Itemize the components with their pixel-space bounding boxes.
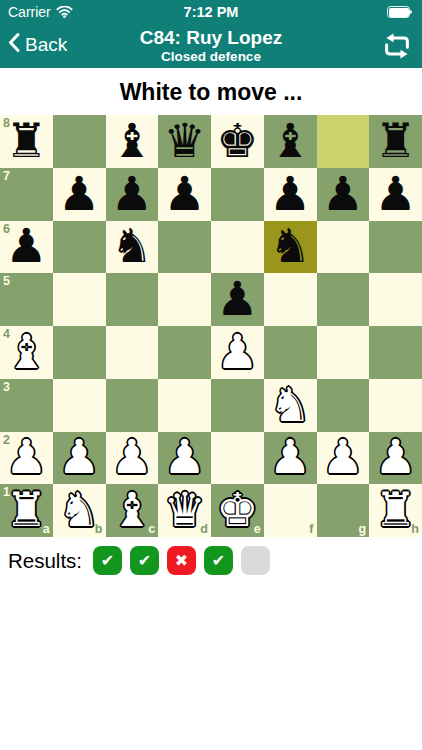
white-pawn-e4: ♟ — [216, 328, 258, 375]
results-label: Results: — [8, 549, 82, 573]
page-title: C84: Ruy Lopez — [60, 26, 362, 49]
results-row: Results: ✔✔✖✔ — [8, 546, 270, 575]
square-f6[interactable]: ♞ — [264, 221, 317, 274]
black-bishop-c8: ♝ — [111, 117, 153, 164]
square-e8[interactable]: ♚ — [211, 115, 264, 168]
rank-label-7: 7 — [3, 169, 10, 183]
result-badge-2-pass: ✔ — [130, 546, 159, 575]
square-g5[interactable] — [317, 273, 370, 326]
black-pawn-e5: ♟ — [216, 275, 258, 322]
status-bar: Carrier 7:12 PM — [0, 0, 422, 24]
header: Carrier 7:12 PM Back — [0, 0, 422, 68]
square-f5[interactable] — [264, 273, 317, 326]
repeat-icon — [382, 46, 412, 63]
move-prompt: White to move ... — [0, 79, 422, 106]
square-a8[interactable]: 8♜ — [0, 115, 53, 168]
square-d7[interactable]: ♟ — [158, 168, 211, 221]
square-h1[interactable]: h♜ — [369, 484, 422, 537]
square-c8[interactable]: ♝ — [106, 115, 159, 168]
white-pawn-a2: ♟ — [5, 433, 47, 480]
white-pawn-f2: ♟ — [269, 433, 311, 480]
square-f4[interactable] — [264, 326, 317, 379]
white-king-e1: ♚ — [216, 486, 258, 533]
square-d4[interactable] — [158, 326, 211, 379]
result-badge-1-pass: ✔ — [93, 546, 122, 575]
black-pawn-c7: ♟ — [111, 170, 153, 217]
square-b4[interactable] — [53, 326, 106, 379]
square-d8[interactable]: ♛ — [158, 115, 211, 168]
rank-label-3: 3 — [3, 380, 10, 394]
white-pawn-d2: ♟ — [164, 433, 206, 480]
white-rook-h1: ♜ — [375, 486, 417, 533]
square-c6[interactable]: ♞ — [106, 221, 159, 274]
square-h6[interactable] — [369, 221, 422, 274]
square-e2[interactable] — [211, 432, 264, 485]
square-c4[interactable] — [106, 326, 159, 379]
square-g8[interactable] — [317, 115, 370, 168]
square-b5[interactable] — [53, 273, 106, 326]
square-e6[interactable] — [211, 221, 264, 274]
square-b1[interactable]: b♞ — [53, 484, 106, 537]
file-label-f: f — [309, 522, 313, 536]
black-pawn-h7: ♟ — [375, 170, 417, 217]
square-f8[interactable]: ♝ — [264, 115, 317, 168]
back-button[interactable]: Back — [8, 32, 67, 58]
square-f7[interactable]: ♟ — [264, 168, 317, 221]
white-knight-f3: ♞ — [269, 381, 311, 428]
square-b8[interactable] — [53, 115, 106, 168]
square-g4[interactable] — [317, 326, 370, 379]
flip-board-button[interactable] — [382, 32, 412, 60]
square-e7[interactable] — [211, 168, 264, 221]
square-d2[interactable]: ♟ — [158, 432, 211, 485]
page-title-stack: C84: Ruy Lopez Closed defence — [60, 26, 362, 65]
square-f2[interactable]: ♟ — [264, 432, 317, 485]
square-e4[interactable]: ♟ — [211, 326, 264, 379]
black-rook-h8: ♜ — [375, 117, 417, 164]
square-e5[interactable]: ♟ — [211, 273, 264, 326]
page-subtitle: Closed defence — [60, 49, 362, 65]
square-c2[interactable]: ♟ — [106, 432, 159, 485]
result-badge-3-fail: ✖ — [167, 546, 196, 575]
square-b7[interactable]: ♟ — [53, 168, 106, 221]
square-h5[interactable] — [369, 273, 422, 326]
square-a4[interactable]: 4♝ — [0, 326, 53, 379]
battery-icon — [387, 6, 414, 18]
white-pawn-b2: ♟ — [58, 433, 100, 480]
white-pawn-h2: ♟ — [375, 433, 417, 480]
black-queen-d8: ♛ — [164, 117, 206, 164]
black-pawn-g7: ♟ — [322, 170, 364, 217]
square-g3[interactable] — [317, 379, 370, 432]
black-pawn-f7: ♟ — [269, 170, 311, 217]
black-pawn-d7: ♟ — [164, 170, 206, 217]
square-a1[interactable]: 1a♜ — [0, 484, 53, 537]
square-e3[interactable] — [211, 379, 264, 432]
black-pawn-b7: ♟ — [58, 170, 100, 217]
square-b3[interactable] — [53, 379, 106, 432]
back-chevron-icon — [8, 32, 20, 58]
white-bishop-c1: ♝ — [111, 486, 153, 533]
black-knight-c6: ♞ — [111, 222, 153, 269]
result-badge-5-pending — [241, 546, 270, 575]
status-time: 7:12 PM — [0, 4, 422, 20]
square-b2[interactable]: ♟ — [53, 432, 106, 485]
chess-board: 8♜♝♛♚♝♜7♟♟♟♟♟♟6♟♞♞5♟4♝♟3♞2♟♟♟♟♟♟♟1a♜b♞c♝… — [0, 115, 422, 537]
white-pawn-g2: ♟ — [322, 433, 364, 480]
square-d3[interactable] — [158, 379, 211, 432]
square-h7[interactable]: ♟ — [369, 168, 422, 221]
square-f3[interactable]: ♞ — [264, 379, 317, 432]
square-c3[interactable] — [106, 379, 159, 432]
file-label-g: g — [359, 522, 367, 536]
square-d5[interactable] — [158, 273, 211, 326]
white-bishop-a4: ♝ — [5, 328, 47, 375]
square-c1[interactable]: c♝ — [106, 484, 159, 537]
square-e1[interactable]: e♚ — [211, 484, 264, 537]
square-h8[interactable]: ♜ — [369, 115, 422, 168]
square-h4[interactable] — [369, 326, 422, 379]
square-g1[interactable]: g — [317, 484, 370, 537]
square-c5[interactable] — [106, 273, 159, 326]
black-pawn-a6: ♟ — [5, 222, 47, 269]
square-h2[interactable]: ♟ — [369, 432, 422, 485]
rank-label-5: 5 — [3, 274, 10, 288]
square-g6[interactable] — [317, 221, 370, 274]
nav-bar: Back C84: Ruy Lopez Closed defence — [0, 24, 422, 68]
square-c7[interactable]: ♟ — [106, 168, 159, 221]
black-king-e8: ♚ — [216, 117, 258, 164]
black-rook-a8: ♜ — [5, 117, 47, 164]
square-b6[interactable] — [53, 221, 106, 274]
square-a7[interactable]: 7 — [0, 168, 53, 221]
square-f1[interactable]: f — [264, 484, 317, 537]
black-knight-f6: ♞ — [269, 222, 311, 269]
square-a6[interactable]: 6♟ — [0, 221, 53, 274]
white-queen-d1: ♛ — [164, 486, 206, 533]
white-knight-b1: ♞ — [58, 486, 100, 533]
square-a5[interactable]: 5 — [0, 273, 53, 326]
white-rook-a1: ♜ — [5, 486, 47, 533]
white-pawn-c2: ♟ — [111, 433, 153, 480]
square-d6[interactable] — [158, 221, 211, 274]
square-h3[interactable] — [369, 379, 422, 432]
square-g7[interactable]: ♟ — [317, 168, 370, 221]
result-badges: ✔✔✖✔ — [93, 546, 270, 575]
square-a2[interactable]: 2♟ — [0, 432, 53, 485]
black-bishop-f8: ♝ — [269, 117, 311, 164]
result-badge-4-pass: ✔ — [204, 546, 233, 575]
square-g2[interactable]: ♟ — [317, 432, 370, 485]
square-d1[interactable]: d♛ — [158, 484, 211, 537]
square-a3[interactable]: 3 — [0, 379, 53, 432]
